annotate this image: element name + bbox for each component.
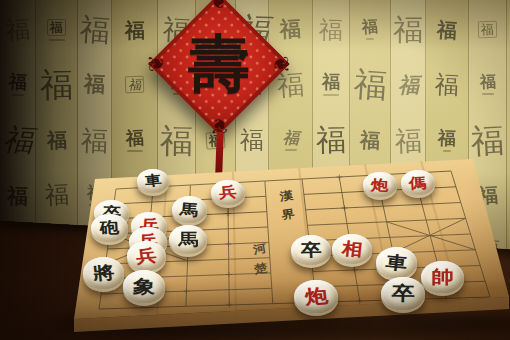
piece-black-馬[interactable]: 馬 — [172, 196, 207, 223]
piece-character: 炮 — [371, 175, 389, 195]
piece-red-兵[interactable]: 兵 — [211, 180, 245, 205]
piece-character: 卒 — [391, 281, 414, 307]
piece-character: 車 — [144, 171, 163, 190]
piece-black-象[interactable]: 象 — [123, 270, 166, 302]
piece-character: 帥 — [431, 264, 453, 289]
piece-black-車[interactable]: 車 — [376, 247, 417, 278]
piece-red-相[interactable]: 相 — [332, 234, 372, 264]
piece-red-炮[interactable]: 炮 — [294, 280, 338, 313]
piece-character: 砲 — [99, 217, 119, 239]
piece-red-炮[interactable]: 炮 — [363, 172, 397, 197]
piece-black-將[interactable]: 將 — [83, 257, 124, 288]
piece-character: 相 — [341, 236, 364, 260]
piece-character: 兵 — [218, 182, 237, 203]
piece-character: 兵 — [135, 244, 158, 269]
piece-black-卒[interactable]: 卒 — [381, 277, 425, 310]
piece-black-卒[interactable]: 卒 — [291, 235, 331, 265]
piece-character: 馬 — [179, 198, 199, 220]
piece-character: 象 — [132, 274, 156, 300]
piece-black-車[interactable]: 車 — [137, 169, 169, 193]
scene: 福福福福福福福福福福福福福福福福福福福福福福福福福福福福福福福福福福福福福福福福… — [0, 0, 510, 340]
piece-character: 將 — [91, 260, 115, 285]
piece-red-兵[interactable]: 兵 — [127, 241, 167, 271]
piece-black-馬[interactable]: 馬 — [169, 225, 207, 254]
piece-red-傌[interactable]: 傌 — [401, 170, 435, 195]
pieces-layer: 車卒砲馬馬將象卒車卒兵兵兵兵炮傌相帥炮 — [0, 0, 510, 340]
piece-character: 卒 — [300, 238, 321, 262]
piece-character: 炮 — [303, 283, 329, 310]
piece-character: 傌 — [409, 172, 428, 192]
piece-red-帥[interactable]: 帥 — [421, 261, 464, 293]
piece-character: 馬 — [178, 229, 198, 251]
piece-character: 車 — [384, 250, 408, 275]
piece-black-砲[interactable]: 砲 — [91, 214, 128, 242]
